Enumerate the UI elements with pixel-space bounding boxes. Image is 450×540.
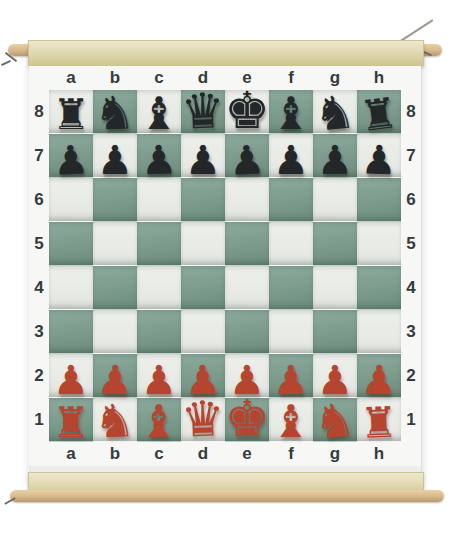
square-f3[interactable] bbox=[269, 310, 313, 354]
square-b3[interactable] bbox=[93, 310, 137, 354]
square-b1[interactable]: ♞ bbox=[93, 398, 137, 442]
piece-red-rook[interactable]: ♜ bbox=[52, 402, 90, 444]
square-a2[interactable]: ♟ bbox=[49, 354, 93, 398]
square-c5[interactable] bbox=[137, 222, 181, 266]
square-a3[interactable] bbox=[49, 310, 93, 354]
board-grid: abcdefgh8♜♞♝♛♚♝♞♜87♟♟♟♟♟♟♟♟7665544332♟♟♟… bbox=[29, 66, 421, 466]
rank-label-right-6: 6 bbox=[401, 178, 421, 222]
square-a7[interactable]: ♟ bbox=[49, 134, 93, 178]
board-corner bbox=[401, 442, 421, 466]
piece-red-queen[interactable]: ♛ bbox=[180, 394, 226, 445]
piece-red-king[interactable]: ♚ bbox=[224, 393, 270, 444]
left-hanging-hook-icon bbox=[1, 60, 11, 66]
square-a5[interactable] bbox=[49, 222, 93, 266]
square-f2[interactable]: ♟ bbox=[269, 354, 313, 398]
piece-black-pawn[interactable]: ♟ bbox=[360, 139, 397, 180]
square-h6[interactable] bbox=[357, 178, 401, 222]
square-f5[interactable] bbox=[269, 222, 313, 266]
demo-chess-board-photo: abcdefgh8♜♞♝♛♚♝♞♜87♟♟♟♟♟♟♟♟7665544332♟♟♟… bbox=[0, 0, 450, 540]
piece-black-king[interactable]: ♚ bbox=[224, 85, 270, 136]
square-b7[interactable]: ♟ bbox=[93, 134, 137, 178]
rank-label-left-5: 5 bbox=[29, 222, 49, 266]
piece-red-rook[interactable]: ♜ bbox=[359, 401, 398, 444]
rank-label-left-2: 2 bbox=[29, 354, 49, 398]
square-b2[interactable]: ♟ bbox=[93, 354, 137, 398]
square-b6[interactable] bbox=[93, 178, 137, 222]
piece-black-knight[interactable]: ♞ bbox=[94, 89, 137, 136]
square-c1[interactable]: ♝ bbox=[137, 398, 181, 442]
rank-label-right-3: 3 bbox=[401, 310, 421, 354]
piece-black-pawn[interactable]: ♟ bbox=[273, 140, 309, 180]
square-d1[interactable]: ♛ bbox=[181, 398, 225, 442]
square-e1[interactable]: ♚ bbox=[225, 398, 269, 442]
square-g3[interactable] bbox=[313, 310, 357, 354]
square-d3[interactable] bbox=[181, 310, 225, 354]
piece-black-knight[interactable]: ♞ bbox=[312, 88, 357, 137]
square-f1[interactable]: ♝ bbox=[269, 398, 313, 442]
piece-black-pawn[interactable]: ♟ bbox=[228, 139, 266, 181]
square-g8[interactable]: ♞ bbox=[313, 90, 357, 134]
rank-label-right-7: 7 bbox=[401, 134, 421, 178]
square-f8[interactable]: ♝ bbox=[269, 90, 313, 134]
piece-red-pawn[interactable]: ♟ bbox=[273, 360, 309, 400]
square-h2[interactable]: ♟ bbox=[357, 354, 401, 398]
square-b4[interactable] bbox=[93, 266, 137, 310]
square-g4[interactable] bbox=[313, 266, 357, 310]
piece-black-rook[interactable]: ♜ bbox=[358, 92, 400, 138]
file-label-top-a: a bbox=[49, 66, 93, 90]
piece-black-pawn[interactable]: ♟ bbox=[317, 140, 353, 180]
piece-black-pawn[interactable]: ♟ bbox=[140, 139, 177, 180]
square-g7[interactable]: ♟ bbox=[313, 134, 357, 178]
square-c7[interactable]: ♟ bbox=[137, 134, 181, 178]
square-h7[interactable]: ♟ bbox=[357, 134, 401, 178]
square-d6[interactable] bbox=[181, 178, 225, 222]
piece-black-rook[interactable]: ♜ bbox=[52, 94, 90, 136]
square-g5[interactable] bbox=[313, 222, 357, 266]
rank-label-left-7: 7 bbox=[29, 134, 49, 178]
square-g6[interactable] bbox=[313, 178, 357, 222]
rank-label-left-8: 8 bbox=[29, 90, 49, 134]
piece-red-pawn[interactable]: ♟ bbox=[141, 360, 177, 400]
file-label-top-h: h bbox=[357, 66, 401, 90]
square-h1[interactable]: ♜ bbox=[357, 398, 401, 442]
piece-red-pawn[interactable]: ♟ bbox=[360, 359, 397, 400]
square-e4[interactable] bbox=[225, 266, 269, 310]
square-h8[interactable]: ♜ bbox=[357, 90, 401, 134]
square-a1[interactable]: ♜ bbox=[49, 398, 93, 442]
square-e5[interactable] bbox=[225, 222, 269, 266]
square-d7[interactable]: ♟ bbox=[181, 134, 225, 178]
piece-red-bishop[interactable]: ♝ bbox=[139, 399, 179, 444]
rank-label-right-8: 8 bbox=[401, 90, 421, 134]
square-c2[interactable]: ♟ bbox=[137, 354, 181, 398]
square-f6[interactable] bbox=[269, 178, 313, 222]
square-e6[interactable] bbox=[225, 178, 269, 222]
rank-label-left-4: 4 bbox=[29, 266, 49, 310]
top-hem-strip bbox=[28, 40, 424, 66]
square-e8[interactable]: ♚ bbox=[225, 90, 269, 134]
piece-black-pawn[interactable]: ♟ bbox=[97, 140, 133, 180]
board-corner bbox=[29, 442, 49, 466]
square-f4[interactable] bbox=[269, 266, 313, 310]
piece-black-queen[interactable]: ♛ bbox=[180, 86, 226, 137]
square-c4[interactable] bbox=[137, 266, 181, 310]
piece-black-bishop[interactable]: ♝ bbox=[271, 91, 311, 136]
rank-label-right-2: 2 bbox=[401, 354, 421, 398]
piece-black-pawn[interactable]: ♟ bbox=[52, 139, 90, 181]
piece-red-bishop[interactable]: ♝ bbox=[271, 399, 311, 444]
square-c3[interactable] bbox=[137, 310, 181, 354]
bottom-wooden-rod bbox=[10, 490, 444, 502]
square-c6[interactable] bbox=[137, 178, 181, 222]
square-c8[interactable]: ♝ bbox=[137, 90, 181, 134]
rank-label-right-4: 4 bbox=[401, 266, 421, 310]
piece-black-pawn[interactable]: ♟ bbox=[185, 140, 221, 180]
piece-red-pawn[interactable]: ♟ bbox=[53, 360, 89, 400]
piece-black-bishop[interactable]: ♝ bbox=[139, 91, 179, 136]
piece-red-knight[interactable]: ♞ bbox=[312, 396, 358, 446]
square-b5[interactable] bbox=[93, 222, 137, 266]
square-d5[interactable] bbox=[181, 222, 225, 266]
piece-red-knight[interactable]: ♞ bbox=[93, 397, 137, 445]
square-h4[interactable] bbox=[357, 266, 401, 310]
square-e7[interactable]: ♟ bbox=[225, 134, 269, 178]
square-d8[interactable]: ♛ bbox=[181, 90, 225, 134]
square-a6[interactable] bbox=[49, 178, 93, 222]
square-d4[interactable] bbox=[181, 266, 225, 310]
square-a4[interactable] bbox=[49, 266, 93, 310]
square-h5[interactable] bbox=[357, 222, 401, 266]
rank-label-left-6: 6 bbox=[29, 178, 49, 222]
square-a8[interactable]: ♜ bbox=[49, 90, 93, 134]
rank-label-left-1: 1 bbox=[29, 398, 49, 442]
board-corner bbox=[29, 66, 49, 90]
rank-label-right-1: 1 bbox=[401, 398, 421, 442]
square-f7[interactable]: ♟ bbox=[269, 134, 313, 178]
square-h3[interactable] bbox=[357, 310, 401, 354]
square-e3[interactable] bbox=[225, 310, 269, 354]
square-b8[interactable]: ♞ bbox=[93, 90, 137, 134]
rank-label-right-5: 5 bbox=[401, 222, 421, 266]
rank-label-left-3: 3 bbox=[29, 310, 49, 354]
board-corner bbox=[401, 66, 421, 90]
square-g1[interactable]: ♞ bbox=[313, 398, 357, 442]
